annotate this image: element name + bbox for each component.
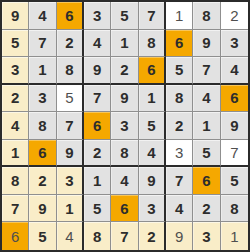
cell-r9c6[interactable]: 2 — [139, 222, 166, 250]
cell-r5c4[interactable]: 6 — [84, 112, 111, 140]
cell-r2c5[interactable]: 1 — [111, 30, 138, 58]
cell-r7c5[interactable]: 4 — [111, 167, 138, 195]
cell-r3c3[interactable]: 8 — [57, 57, 84, 85]
cell-r2c1[interactable]: 5 — [2, 30, 29, 58]
cell-r6c4[interactable]: 2 — [84, 140, 111, 168]
cell-r9c2[interactable]: 5 — [29, 222, 56, 250]
cell-r2c8[interactable]: 9 — [193, 30, 220, 58]
cell-r1c3[interactable]: 6 — [57, 2, 84, 30]
cell-r8c1[interactable]: 7 — [2, 195, 29, 223]
cell-r4c1[interactable]: 2 — [2, 85, 29, 113]
cell-r7c9[interactable]: 5 — [221, 167, 248, 195]
cell-r6c9[interactable]: 7 — [221, 140, 248, 168]
cell-r2c7[interactable]: 6 — [166, 30, 193, 58]
cell-r7c1[interactable]: 8 — [2, 167, 29, 195]
cell-r8c9[interactable]: 8 — [221, 195, 248, 223]
cell-r9c9[interactable]: 1 — [221, 222, 248, 250]
cell-r5c8[interactable]: 1 — [193, 112, 220, 140]
cell-r9c3[interactable]: 4 — [57, 222, 84, 250]
cell-r6c1[interactable]: 1 — [2, 140, 29, 168]
cell-r2c6[interactable]: 8 — [139, 30, 166, 58]
cell-r3c1[interactable]: 3 — [2, 57, 29, 85]
cell-r7c2[interactable]: 2 — [29, 167, 56, 195]
cell-r3c2[interactable]: 1 — [29, 57, 56, 85]
cell-r3c4[interactable]: 9 — [84, 57, 111, 85]
cell-r1c8[interactable]: 8 — [193, 2, 220, 30]
cell-r7c7[interactable]: 7 — [166, 167, 193, 195]
cell-r4c6[interactable]: 1 — [139, 85, 166, 113]
cell-r7c8[interactable]: 6 — [193, 167, 220, 195]
cell-r5c1[interactable]: 4 — [2, 112, 29, 140]
cell-r9c8[interactable]: 3 — [193, 222, 220, 250]
cell-r6c2[interactable]: 6 — [29, 140, 56, 168]
cell-r3c9[interactable]: 4 — [221, 57, 248, 85]
cell-r6c3[interactable]: 9 — [57, 140, 84, 168]
cell-r9c4[interactable]: 8 — [84, 222, 111, 250]
cell-r1c4[interactable]: 3 — [84, 2, 111, 30]
cell-r3c5[interactable]: 2 — [111, 57, 138, 85]
cell-r8c4[interactable]: 5 — [84, 195, 111, 223]
cell-r6c8[interactable]: 5 — [193, 140, 220, 168]
cell-r1c2[interactable]: 4 — [29, 2, 56, 30]
cell-r3c6[interactable]: 6 — [139, 57, 166, 85]
cell-r1c7[interactable]: 1 — [166, 2, 193, 30]
cell-r2c2[interactable]: 7 — [29, 30, 56, 58]
cell-r2c9[interactable]: 3 — [221, 30, 248, 58]
cell-r3c8[interactable]: 7 — [193, 57, 220, 85]
cell-r2c4[interactable]: 4 — [84, 30, 111, 58]
cell-r4c4[interactable]: 7 — [84, 85, 111, 113]
cell-r2c3[interactable]: 2 — [57, 30, 84, 58]
cell-r5c6[interactable]: 5 — [139, 112, 166, 140]
cell-r9c1[interactable]: 6 — [2, 222, 29, 250]
cell-r9c5[interactable]: 7 — [111, 222, 138, 250]
cell-r8c5[interactable]: 6 — [111, 195, 138, 223]
cell-r5c9[interactable]: 9 — [221, 112, 248, 140]
sudoku-board: 9463571825724186933189265742357918464876… — [0, 0, 250, 252]
cell-r4c7[interactable]: 8 — [166, 85, 193, 113]
cell-r8c3[interactable]: 1 — [57, 195, 84, 223]
cell-r5c3[interactable]: 7 — [57, 112, 84, 140]
cell-r9c7[interactable]: 9 — [166, 222, 193, 250]
cell-r4c5[interactable]: 9 — [111, 85, 138, 113]
cell-r7c3[interactable]: 3 — [57, 167, 84, 195]
cell-r4c8[interactable]: 4 — [193, 85, 220, 113]
cell-r5c7[interactable]: 2 — [166, 112, 193, 140]
cell-r4c2[interactable]: 3 — [29, 85, 56, 113]
cell-r5c2[interactable]: 8 — [29, 112, 56, 140]
cell-r4c3[interactable]: 5 — [57, 85, 84, 113]
cell-r7c4[interactable]: 1 — [84, 167, 111, 195]
cell-r8c8[interactable]: 2 — [193, 195, 220, 223]
cell-r7c6[interactable]: 9 — [139, 167, 166, 195]
cell-r6c5[interactable]: 8 — [111, 140, 138, 168]
cell-r5c5[interactable]: 3 — [111, 112, 138, 140]
cell-r1c1[interactable]: 9 — [2, 2, 29, 30]
cell-r1c9[interactable]: 2 — [221, 2, 248, 30]
cell-r6c7[interactable]: 3 — [166, 140, 193, 168]
cell-r8c7[interactable]: 4 — [166, 195, 193, 223]
cell-r1c6[interactable]: 7 — [139, 2, 166, 30]
cell-r8c6[interactable]: 3 — [139, 195, 166, 223]
cell-r1c5[interactable]: 5 — [111, 2, 138, 30]
cell-r3c7[interactable]: 5 — [166, 57, 193, 85]
cell-r6c6[interactable]: 4 — [139, 140, 166, 168]
cell-r8c2[interactable]: 9 — [29, 195, 56, 223]
cell-r4c9[interactable]: 6 — [221, 85, 248, 113]
